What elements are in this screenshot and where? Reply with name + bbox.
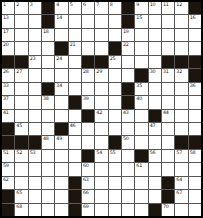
cell-r2c15[interactable]: 16 bbox=[189, 15, 201, 27]
clue-number-35: 35 bbox=[136, 83, 142, 89]
cell-r6c8[interactable]: 29 bbox=[95, 69, 107, 81]
clue-number-6: 6 bbox=[83, 2, 86, 8]
clue-number-59: 59 bbox=[3, 163, 9, 169]
cell-r7c15[interactable]: 36 bbox=[189, 83, 201, 95]
cell-r7c11[interactable]: 35 bbox=[135, 83, 147, 95]
black-cell-r6c11 bbox=[135, 69, 147, 81]
black-cell-r1c4 bbox=[42, 2, 54, 14]
cell-r8c7[interactable]: 39 bbox=[82, 96, 94, 108]
black-cell-r4c5 bbox=[55, 42, 67, 54]
cell-r13c8[interactable] bbox=[95, 163, 107, 175]
cell-r12c15[interactable]: 58 bbox=[189, 150, 201, 162]
black-cell-r5c14 bbox=[175, 56, 187, 68]
cell-r13c9[interactable] bbox=[109, 163, 121, 175]
clue-number-8: 8 bbox=[110, 2, 113, 8]
clue-number-33: 33 bbox=[3, 83, 9, 89]
cell-r9c8[interactable]: 42 bbox=[95, 110, 107, 122]
cell-r16c10[interactable] bbox=[122, 204, 134, 216]
cell-r10c14[interactable] bbox=[175, 123, 187, 135]
cell-r6c2[interactable]: 27 bbox=[15, 69, 27, 81]
cell-r12c13[interactable] bbox=[162, 150, 174, 162]
cell-r1c6[interactable]: 5 bbox=[69, 2, 81, 14]
clue-number-44: 44 bbox=[163, 110, 169, 116]
black-cell-r5c2 bbox=[15, 56, 27, 68]
clue-number-38: 38 bbox=[43, 96, 49, 102]
cell-r16c8[interactable] bbox=[95, 204, 107, 216]
cell-r6c9[interactable] bbox=[109, 69, 121, 81]
cell-r2c13[interactable] bbox=[162, 15, 174, 27]
cell-r6c5[interactable] bbox=[55, 69, 67, 81]
black-cell-r11c3 bbox=[29, 136, 41, 148]
clue-number-69: 69 bbox=[83, 204, 89, 210]
cell-r3c11[interactable] bbox=[135, 29, 147, 41]
clue-number-53: 53 bbox=[30, 150, 36, 156]
clue-number-23: 23 bbox=[30, 56, 36, 62]
cell-r5c6[interactable] bbox=[69, 56, 81, 68]
black-cell-r9c12 bbox=[149, 110, 161, 122]
cell-r13c10[interactable] bbox=[122, 163, 134, 175]
cell-r12c6[interactable] bbox=[69, 150, 81, 162]
cell-r6c3[interactable] bbox=[29, 69, 41, 81]
cell-r12c8[interactable]: 54 bbox=[95, 150, 107, 162]
clue-number-54: 54 bbox=[96, 150, 102, 156]
black-cell-r1c15 bbox=[189, 2, 201, 14]
cell-r7c5[interactable]: 34 bbox=[55, 83, 67, 95]
cell-r8c2[interactable] bbox=[15, 96, 27, 108]
cell-r16c9[interactable] bbox=[109, 204, 121, 216]
cell-r4c11[interactable] bbox=[135, 42, 147, 54]
cell-r3c10[interactable]: 19 bbox=[122, 29, 134, 41]
cell-r7c7[interactable] bbox=[82, 83, 94, 95]
cell-r8c5[interactable] bbox=[55, 96, 67, 108]
cell-r11c12[interactable] bbox=[149, 136, 161, 148]
cell-r9c13[interactable]: 44 bbox=[162, 110, 174, 122]
black-cell-r15c13 bbox=[162, 190, 174, 202]
clue-number-20: 20 bbox=[3, 42, 9, 48]
cell-r11c7[interactable] bbox=[82, 136, 94, 148]
cell-r16c4[interactable] bbox=[42, 204, 54, 216]
cell-r6c13[interactable]: 31 bbox=[162, 69, 174, 81]
clue-number-61: 61 bbox=[136, 163, 142, 169]
cell-r5c3[interactable]: 23 bbox=[29, 56, 41, 68]
cell-r8c8[interactable] bbox=[95, 96, 107, 108]
cell-r4c13[interactable] bbox=[162, 42, 174, 54]
black-cell-r5c8 bbox=[95, 56, 107, 68]
black-cell-r15c6 bbox=[69, 190, 81, 202]
black-cell-r5c1 bbox=[2, 56, 14, 68]
cell-r4c6[interactable]: 21 bbox=[69, 42, 81, 54]
cell-r13c4[interactable] bbox=[42, 163, 54, 175]
cell-r14c1[interactable]: 62 bbox=[2, 177, 14, 189]
cell-r10c3[interactable] bbox=[29, 123, 41, 135]
cell-r15c11[interactable] bbox=[135, 190, 147, 202]
cell-r16c13[interactable]: 70 bbox=[162, 204, 174, 216]
cell-r14c2[interactable] bbox=[15, 177, 27, 189]
clue-number-42: 42 bbox=[96, 110, 102, 116]
black-cell-r14c13 bbox=[162, 177, 174, 189]
cell-r2c3[interactable] bbox=[29, 15, 41, 27]
cell-r7c8[interactable] bbox=[95, 83, 107, 95]
black-cell-r11c9 bbox=[109, 136, 121, 148]
cell-r7c13[interactable] bbox=[162, 83, 174, 95]
clue-number-66: 66 bbox=[83, 190, 89, 196]
cell-r1c11[interactable]: 9 bbox=[135, 2, 147, 14]
cell-r10c15[interactable] bbox=[189, 123, 201, 135]
cell-r12c4[interactable] bbox=[42, 150, 54, 162]
black-cell-r5c7 bbox=[82, 56, 94, 68]
clue-number-52: 52 bbox=[16, 150, 22, 156]
cell-r9c3[interactable] bbox=[29, 110, 41, 122]
cell-r3c13[interactable] bbox=[162, 29, 174, 41]
cell-r13c5[interactable] bbox=[55, 163, 67, 175]
clue-number-57: 57 bbox=[176, 150, 182, 156]
cell-r5c5[interactable]: 24 bbox=[55, 56, 67, 68]
cell-r11c11[interactable] bbox=[135, 136, 147, 148]
cell-r3c15[interactable] bbox=[189, 29, 201, 41]
black-cell-r16c6 bbox=[69, 204, 81, 216]
clue-number-13: 13 bbox=[3, 15, 9, 21]
cell-r12c10[interactable] bbox=[122, 150, 134, 162]
cell-r16c14[interactable] bbox=[175, 204, 187, 216]
cell-r13c11[interactable]: 61 bbox=[135, 163, 147, 175]
clue-number-50: 50 bbox=[123, 136, 129, 142]
cell-r1c2[interactable]: 2 bbox=[15, 2, 27, 14]
cell-r10c10[interactable] bbox=[122, 123, 134, 135]
cell-r8c4[interactable]: 38 bbox=[42, 96, 54, 108]
cell-r13c1[interactable]: 59 bbox=[2, 163, 14, 175]
cell-r13c12[interactable] bbox=[149, 163, 161, 175]
black-cell-r9c7 bbox=[82, 110, 94, 122]
cell-r4c10[interactable]: 22 bbox=[122, 42, 134, 54]
cell-r1c5[interactable]: 4 bbox=[55, 2, 67, 14]
cell-r15c5[interactable] bbox=[55, 190, 67, 202]
cell-r15c9[interactable] bbox=[109, 190, 121, 202]
cell-r14c8[interactable] bbox=[95, 177, 107, 189]
cell-r3c6[interactable] bbox=[69, 29, 81, 41]
clue-number-18: 18 bbox=[43, 29, 49, 35]
clue-number-47: 47 bbox=[150, 123, 156, 129]
cell-r9c11[interactable] bbox=[135, 110, 147, 122]
clue-number-5: 5 bbox=[70, 2, 73, 8]
clue-number-34: 34 bbox=[56, 83, 62, 89]
cell-r13c13[interactable] bbox=[162, 163, 174, 175]
clue-number-15: 15 bbox=[136, 15, 142, 21]
cell-r5c12[interactable] bbox=[149, 56, 161, 68]
cell-r10c6[interactable]: 46 bbox=[69, 123, 81, 135]
black-cell-r11c1 bbox=[2, 136, 14, 148]
cell-r15c14[interactable]: 67 bbox=[175, 190, 187, 202]
cell-r13c14[interactable] bbox=[175, 163, 187, 175]
cell-r7c9[interactable] bbox=[109, 83, 121, 95]
cell-r3c8[interactable] bbox=[95, 29, 107, 41]
cell-r14c14[interactable]: 64 bbox=[175, 177, 187, 189]
clue-number-58: 58 bbox=[190, 150, 196, 156]
cell-r15c2[interactable]: 65 bbox=[15, 190, 27, 202]
cell-r1c9[interactable]: 8 bbox=[109, 2, 121, 14]
black-cell-r12c11 bbox=[135, 150, 147, 162]
black-cell-r10c5 bbox=[55, 123, 67, 135]
cell-r7c3[interactable] bbox=[29, 83, 41, 95]
cell-r5c10[interactable] bbox=[122, 56, 134, 68]
cell-r10c13[interactable] bbox=[162, 123, 174, 135]
cell-r12c14[interactable]: 57 bbox=[175, 150, 187, 162]
cell-r14c15[interactable] bbox=[189, 177, 201, 189]
clue-number-31: 31 bbox=[163, 69, 169, 75]
cell-r4c15[interactable] bbox=[189, 42, 201, 54]
cell-r14c3[interactable] bbox=[29, 177, 41, 189]
cell-r12c5[interactable] bbox=[55, 150, 67, 162]
black-cell-r1c10 bbox=[122, 2, 134, 14]
cell-r12c3[interactable]: 53 bbox=[29, 150, 41, 162]
cell-r2c8[interactable] bbox=[95, 15, 107, 27]
cell-r13c3[interactable] bbox=[29, 163, 41, 175]
cell-r13c7[interactable]: 60 bbox=[82, 163, 94, 175]
clue-number-25: 25 bbox=[110, 56, 116, 62]
clue-number-41: 41 bbox=[3, 110, 9, 116]
cell-r10c8[interactable] bbox=[95, 123, 107, 135]
clue-number-1: 1 bbox=[3, 2, 6, 8]
cell-r14c4[interactable] bbox=[42, 177, 54, 189]
cell-r6c1[interactable]: 26 bbox=[2, 69, 14, 81]
cell-r2c14[interactable] bbox=[175, 15, 187, 27]
cell-r9c9[interactable] bbox=[109, 110, 121, 122]
cell-r12c9[interactable]: 55 bbox=[109, 150, 121, 162]
cell-r3c14[interactable] bbox=[175, 29, 187, 41]
clue-number-4: 4 bbox=[56, 2, 59, 8]
clue-number-26: 26 bbox=[3, 69, 9, 75]
cell-r6c10[interactable] bbox=[122, 69, 134, 81]
clue-number-17: 17 bbox=[3, 29, 9, 35]
cell-r14c5[interactable] bbox=[55, 177, 67, 189]
clue-number-43: 43 bbox=[123, 110, 129, 116]
cell-r7c14[interactable] bbox=[175, 83, 187, 95]
cell-r12c1[interactable]: 51 bbox=[2, 150, 14, 162]
cell-r1c3[interactable]: 3 bbox=[29, 2, 41, 14]
clue-number-55: 55 bbox=[110, 150, 116, 156]
cell-r8c15[interactable] bbox=[189, 96, 201, 108]
black-cell-r8c6 bbox=[69, 96, 81, 108]
cell-r1c7[interactable]: 6 bbox=[82, 2, 94, 14]
cell-r11c5[interactable]: 49 bbox=[55, 136, 67, 148]
cell-r15c10[interactable] bbox=[122, 190, 134, 202]
black-cell-r10c1 bbox=[2, 123, 14, 135]
cell-r8c3[interactable] bbox=[29, 96, 41, 108]
cell-r9c10[interactable]: 43 bbox=[122, 110, 134, 122]
clue-number-39: 39 bbox=[83, 96, 89, 102]
cell-r13c15[interactable] bbox=[189, 163, 201, 175]
cell-r1c12[interactable]: 10 bbox=[149, 2, 161, 14]
cell-r8c14[interactable] bbox=[175, 96, 187, 108]
clue-number-45: 45 bbox=[16, 123, 22, 129]
cell-r2c11[interactable]: 15 bbox=[135, 15, 147, 27]
clue-number-63: 63 bbox=[83, 177, 89, 183]
cell-r10c12[interactable]: 47 bbox=[149, 123, 161, 135]
cell-r3c9[interactable] bbox=[109, 29, 121, 41]
cell-r14c10[interactable] bbox=[122, 177, 134, 189]
cell-r4c4[interactable] bbox=[42, 42, 54, 54]
cell-r15c12[interactable] bbox=[149, 190, 161, 202]
cell-r10c11[interactable] bbox=[135, 123, 147, 135]
cell-r4c14[interactable] bbox=[175, 42, 187, 54]
clue-number-9: 9 bbox=[136, 2, 139, 8]
cell-r15c3[interactable] bbox=[29, 190, 41, 202]
clue-number-64: 64 bbox=[176, 177, 182, 183]
clue-number-3: 3 bbox=[30, 2, 33, 8]
cell-r15c15[interactable] bbox=[189, 190, 201, 202]
black-cell-r11c2 bbox=[15, 136, 27, 148]
cell-r3c5[interactable] bbox=[55, 29, 67, 41]
cell-r2c9[interactable] bbox=[109, 15, 121, 27]
cell-r16c3[interactable] bbox=[29, 204, 41, 216]
cell-r8c13[interactable] bbox=[162, 96, 174, 108]
cell-r4c3[interactable] bbox=[29, 42, 41, 54]
cell-r3c4[interactable]: 18 bbox=[42, 29, 54, 41]
cell-r5c9[interactable]: 25 bbox=[109, 56, 121, 68]
cell-r2c5[interactable]: 14 bbox=[55, 15, 67, 27]
cell-r11c4[interactable]: 48 bbox=[42, 136, 54, 148]
clue-number-60: 60 bbox=[83, 163, 89, 169]
cell-r16c2[interactable]: 68 bbox=[15, 204, 27, 216]
black-cell-r11c15 bbox=[189, 136, 201, 148]
clue-number-37: 37 bbox=[3, 96, 9, 102]
cell-r4c2[interactable] bbox=[15, 42, 27, 54]
cell-r7c12[interactable] bbox=[149, 83, 161, 95]
cell-r16c7[interactable]: 69 bbox=[82, 204, 94, 216]
clue-number-7: 7 bbox=[96, 2, 99, 8]
black-cell-r14c6 bbox=[69, 177, 81, 189]
cell-r8c9[interactable] bbox=[109, 96, 121, 108]
cell-r1c1[interactable]: 1 bbox=[2, 2, 14, 14]
cell-r7c1[interactable]: 33 bbox=[2, 83, 14, 95]
cell-r1c13[interactable]: 11 bbox=[162, 2, 174, 14]
cell-r12c2[interactable]: 52 bbox=[15, 150, 27, 162]
cell-r3c7[interactable] bbox=[82, 29, 94, 41]
cell-r1c14[interactable]: 12 bbox=[175, 2, 187, 14]
cell-r13c2[interactable] bbox=[15, 163, 27, 175]
cell-r8c12[interactable] bbox=[149, 96, 161, 108]
black-cell-r6c15 bbox=[189, 69, 201, 81]
cell-r16c15[interactable] bbox=[189, 204, 201, 216]
clue-number-24: 24 bbox=[56, 56, 62, 62]
black-cell-r16c12 bbox=[149, 204, 161, 216]
clue-number-68: 68 bbox=[16, 204, 22, 210]
cell-r15c8[interactable] bbox=[95, 190, 107, 202]
black-cell-r5c15 bbox=[189, 56, 201, 68]
black-cell-r4c9 bbox=[109, 42, 121, 54]
cell-r9c6[interactable] bbox=[69, 110, 81, 122]
crossword-grid: 1234567891011121314151617181920212223242… bbox=[0, 0, 203, 218]
cell-r11c10[interactable]: 50 bbox=[122, 136, 134, 148]
black-cell-r11c14 bbox=[175, 136, 187, 148]
cell-r4c1[interactable]: 20 bbox=[2, 42, 14, 54]
cell-r7c2[interactable] bbox=[15, 83, 27, 95]
cell-r16c5[interactable] bbox=[55, 204, 67, 216]
cell-r15c4[interactable] bbox=[42, 190, 54, 202]
black-cell-r5c13 bbox=[162, 56, 174, 68]
clue-number-30: 30 bbox=[150, 69, 156, 75]
clue-number-49: 49 bbox=[56, 136, 62, 142]
cell-r6c6[interactable] bbox=[69, 69, 81, 81]
cell-r9c2[interactable] bbox=[15, 110, 27, 122]
clue-number-11: 11 bbox=[163, 2, 169, 8]
cell-r4c8[interactable] bbox=[95, 42, 107, 54]
cell-r4c7[interactable] bbox=[82, 42, 94, 54]
cell-r14c11[interactable] bbox=[135, 177, 147, 189]
cell-r11c13[interactable] bbox=[162, 136, 174, 148]
clue-number-65: 65 bbox=[16, 190, 22, 196]
black-cell-r2c10 bbox=[122, 15, 134, 27]
clue-number-14: 14 bbox=[56, 15, 62, 21]
black-cell-r15c1 bbox=[2, 190, 14, 202]
cell-r6c7[interactable]: 28 bbox=[82, 69, 94, 81]
cell-r14c7[interactable]: 63 bbox=[82, 177, 94, 189]
cell-r11c6[interactable] bbox=[69, 136, 81, 148]
cell-r3c12[interactable] bbox=[149, 29, 161, 41]
cell-r10c7[interactable] bbox=[82, 123, 94, 135]
clue-number-70: 70 bbox=[163, 204, 169, 210]
cell-r9c14[interactable] bbox=[175, 110, 187, 122]
cell-r12c12[interactable]: 56 bbox=[149, 150, 161, 162]
clue-number-32: 32 bbox=[176, 69, 182, 75]
cell-r1c8[interactable]: 7 bbox=[95, 2, 107, 14]
cell-r16c11[interactable] bbox=[135, 204, 147, 216]
cell-r13c6[interactable] bbox=[69, 163, 81, 175]
cell-r2c6[interactable] bbox=[69, 15, 81, 27]
cell-r9c4[interactable] bbox=[42, 110, 54, 122]
cell-r14c12[interactable] bbox=[149, 177, 161, 189]
cell-r2c7[interactable] bbox=[82, 15, 94, 27]
clue-number-27: 27 bbox=[16, 69, 22, 75]
cell-r10c4[interactable] bbox=[42, 123, 54, 135]
cell-r8c1[interactable]: 37 bbox=[2, 96, 14, 108]
black-cell-r8c10 bbox=[122, 96, 134, 108]
cell-r15c7[interactable]: 66 bbox=[82, 190, 94, 202]
black-cell-r2c4 bbox=[42, 15, 54, 27]
cell-r2c12[interactable] bbox=[149, 15, 161, 27]
cell-r4c12[interactable] bbox=[149, 42, 161, 54]
cell-r10c2[interactable]: 45 bbox=[15, 123, 27, 135]
cell-r5c4[interactable] bbox=[42, 56, 54, 68]
cell-r3c1[interactable]: 17 bbox=[2, 29, 14, 41]
cell-r11c8[interactable] bbox=[95, 136, 107, 148]
cell-r9c5[interactable] bbox=[55, 110, 67, 122]
cell-r6c4[interactable] bbox=[42, 69, 54, 81]
cell-r6c12[interactable]: 30 bbox=[149, 69, 161, 81]
cell-r9c15[interactable] bbox=[189, 110, 201, 122]
cell-r10c9[interactable] bbox=[109, 123, 121, 135]
clue-number-21: 21 bbox=[70, 42, 76, 48]
cell-r8c11[interactable]: 40 bbox=[135, 96, 147, 108]
cell-r6c14[interactable]: 32 bbox=[175, 69, 187, 81]
cell-r9c1[interactable]: 41 bbox=[2, 110, 14, 122]
black-cell-r16c1 bbox=[2, 204, 14, 216]
clue-number-40: 40 bbox=[136, 96, 142, 102]
clue-number-22: 22 bbox=[123, 42, 129, 48]
cell-r5c11[interactable] bbox=[135, 56, 147, 68]
clue-number-62: 62 bbox=[3, 177, 9, 183]
clue-number-51: 51 bbox=[3, 150, 9, 156]
clue-number-67: 67 bbox=[176, 190, 182, 196]
clue-number-36: 36 bbox=[190, 83, 196, 89]
cell-r14c9[interactable] bbox=[109, 177, 121, 189]
black-cell-r12c7 bbox=[82, 150, 94, 162]
cell-r2c2[interactable] bbox=[15, 15, 27, 27]
clue-number-16: 16 bbox=[190, 15, 196, 21]
cell-r3c2[interactable] bbox=[15, 29, 27, 41]
cell-r3c3[interactable] bbox=[29, 29, 41, 41]
cell-r2c1[interactable]: 13 bbox=[2, 15, 14, 27]
cell-r7c6[interactable] bbox=[69, 83, 81, 95]
